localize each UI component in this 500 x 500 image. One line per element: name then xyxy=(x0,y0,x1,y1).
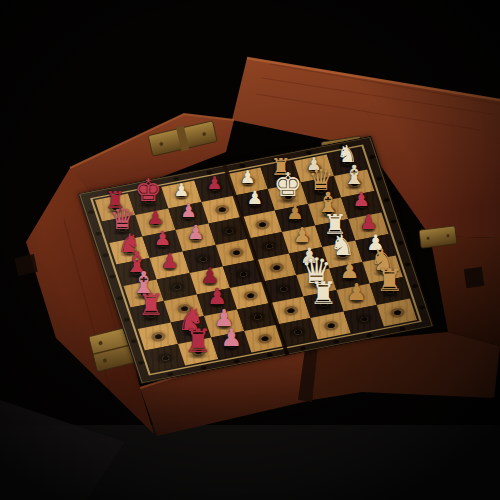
piece-red-pawn: ♟ xyxy=(147,209,164,228)
pieces-layer: ♜♚♟♟♛♟♟♞♟♟♝♟♝♟♜♟♞♟♜♟♟♜♟♞♟♚♛♝♟♝♟♟♜♟♟♞♟♛♟♞… xyxy=(0,0,500,500)
piece-cream-pawn: ♟ xyxy=(246,189,263,208)
piece-red-pawn: ♟ xyxy=(160,250,178,270)
piece-red-pawn: ♟ xyxy=(180,202,197,221)
piece-red-pawn: ♟ xyxy=(353,190,371,210)
piece-cream-pawn: ♟ xyxy=(240,169,256,187)
piece-cream-knight: ♞ xyxy=(330,231,356,260)
piece-red-pawn: ♟ xyxy=(187,223,205,243)
piece-cream-rook: ♜ xyxy=(310,278,338,309)
piece-red-rook: ♜ xyxy=(137,290,164,320)
chess-box-photo: ♜♚♟♟♛♟♟♞♟♟♝♟♝♟♜♟♞♟♜♟♟♜♟♞♟♚♛♝♟♝♟♟♜♟♟♞♟♛♟♞… xyxy=(0,0,500,500)
piece-cream-pawn: ♟ xyxy=(173,182,189,200)
piece-tan-pawn: ♟ xyxy=(286,203,304,223)
piece-red-pawn: ♟ xyxy=(359,211,377,231)
piece-tan-pawn: ♟ xyxy=(346,279,367,302)
piece-tan-rook: ♜ xyxy=(376,265,404,296)
piece-red-rook: ♜ xyxy=(184,324,213,356)
piece-tan-pawn: ♟ xyxy=(293,224,311,244)
piece-red-pawn: ♟ xyxy=(154,229,172,249)
piece-cream-bishop: ♝ xyxy=(342,162,366,189)
piece-cream-king: ♚ xyxy=(273,169,302,202)
piece-red-king: ♚ xyxy=(134,175,162,206)
piece-red-pawn: ♟ xyxy=(220,326,242,350)
piece-red-pawn: ♟ xyxy=(207,175,223,193)
